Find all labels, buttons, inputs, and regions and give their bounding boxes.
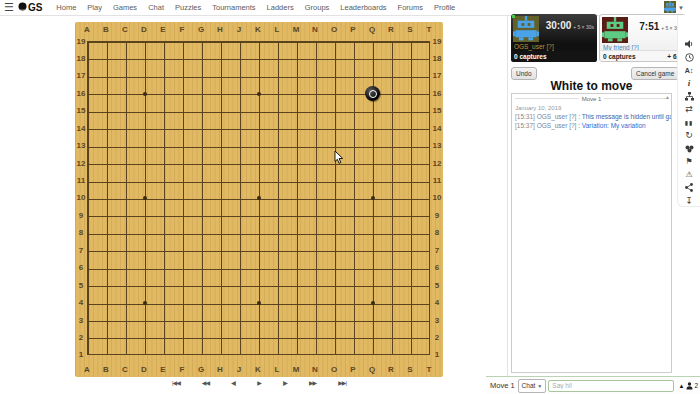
- intersection-J16[interactable]: [230, 85, 249, 102]
- nav-item-home[interactable]: Home: [56, 3, 76, 12]
- intersection-Q17[interactable]: [363, 67, 382, 84]
- intersection-C5[interactable]: [116, 276, 135, 293]
- intersection-D3[interactable]: [135, 311, 154, 328]
- intersection-Q15[interactable]: [363, 102, 382, 119]
- intersection-M7[interactable]: [287, 242, 306, 259]
- intersection-T17[interactable]: [420, 67, 439, 84]
- intersection-G6[interactable]: [192, 259, 211, 276]
- intersection-K19[interactable]: [249, 32, 268, 49]
- intersection-N7[interactable]: [306, 242, 325, 259]
- intersection-L19[interactable]: [268, 32, 287, 49]
- intersection-G7[interactable]: [192, 242, 211, 259]
- intersection-G10[interactable]: [192, 189, 211, 206]
- chat-author[interactable]: OGS_user [?]: [537, 122, 577, 129]
- intersection-D18[interactable]: [135, 50, 154, 67]
- intersection-H15[interactable]: [211, 102, 230, 119]
- intersection-D13[interactable]: [135, 137, 154, 154]
- intersection-O10[interactable]: [325, 189, 344, 206]
- intersection-A16[interactable]: [78, 85, 97, 102]
- intersection-O2[interactable]: [325, 329, 344, 346]
- intersection-P1[interactable]: [344, 346, 363, 363]
- nav-item-forums[interactable]: Forums: [398, 3, 423, 12]
- intersection-F1[interactable]: [173, 346, 192, 363]
- intersection-E9[interactable]: [154, 207, 173, 224]
- intersection-P8[interactable]: [344, 224, 363, 241]
- intersection-M4[interactable]: [287, 294, 306, 311]
- intersection-F3[interactable]: [173, 311, 192, 328]
- intersection-T3[interactable]: [420, 311, 439, 328]
- intersection-J1[interactable]: [230, 346, 249, 363]
- intersection-R9[interactable]: [382, 207, 401, 224]
- intersection-C6[interactable]: [116, 259, 135, 276]
- intersection-C14[interactable]: [116, 119, 135, 136]
- intersection-M9[interactable]: [287, 207, 306, 224]
- intersection-H10[interactable]: [211, 189, 230, 206]
- intersection-R1[interactable]: [382, 346, 401, 363]
- intersection-P3[interactable]: [344, 311, 363, 328]
- intersection-H1[interactable]: [211, 346, 230, 363]
- intersection-F6[interactable]: [173, 259, 192, 276]
- intersection-H7[interactable]: [211, 242, 230, 259]
- intersection-S3[interactable]: [401, 311, 420, 328]
- fork-icon[interactable]: [683, 91, 695, 101]
- intersection-T12[interactable]: [420, 154, 439, 171]
- intersection-H8[interactable]: [211, 224, 230, 241]
- intersection-J12[interactable]: [230, 154, 249, 171]
- intersection-J19[interactable]: [230, 32, 249, 49]
- intersection-Q9[interactable]: [363, 207, 382, 224]
- intersection-B17[interactable]: [97, 67, 116, 84]
- intersection-G5[interactable]: [192, 276, 211, 293]
- intersection-N14[interactable]: [306, 119, 325, 136]
- intersection-E13[interactable]: [154, 137, 173, 154]
- intersection-F17[interactable]: [173, 67, 192, 84]
- intersection-M16[interactable]: [287, 85, 306, 102]
- intersection-M10[interactable]: [287, 189, 306, 206]
- intersection-K8[interactable]: [249, 224, 268, 241]
- intersection-J6[interactable]: [230, 259, 249, 276]
- step-backward-button[interactable]: ◀|: [231, 379, 235, 386]
- intersection-B5[interactable]: [97, 276, 116, 293]
- observer-count[interactable]: 2: [686, 382, 698, 390]
- intersection-R10[interactable]: [382, 189, 401, 206]
- nav-item-leaderboards[interactable]: Leaderboards: [340, 3, 386, 12]
- intersection-K3[interactable]: [249, 311, 268, 328]
- intersection-L7[interactable]: [268, 242, 287, 259]
- intersection-E5[interactable]: [154, 276, 173, 293]
- intersection-G2[interactable]: [192, 329, 211, 346]
- intersection-M13[interactable]: [287, 137, 306, 154]
- intersection-A12[interactable]: [78, 154, 97, 171]
- intersection-B7[interactable]: [97, 242, 116, 259]
- volume-icon[interactable]: [683, 39, 695, 49]
- intersection-N19[interactable]: [306, 32, 325, 49]
- intersection-A4[interactable]: [78, 294, 97, 311]
- intersection-K11[interactable]: [249, 172, 268, 189]
- intersection-E11[interactable]: [154, 172, 173, 189]
- chat-input[interactable]: [548, 380, 674, 392]
- intersection-L12[interactable]: [268, 154, 287, 171]
- intersection-J17[interactable]: [230, 67, 249, 84]
- intersection-Q13[interactable]: [363, 137, 382, 154]
- intersection-S5[interactable]: [401, 276, 420, 293]
- intersection-K7[interactable]: [249, 242, 268, 259]
- intersection-J5[interactable]: [230, 276, 249, 293]
- intersection-G17[interactable]: [192, 67, 211, 84]
- intersection-R14[interactable]: [382, 119, 401, 136]
- intersection-B4[interactable]: [97, 294, 116, 311]
- intersection-J8[interactable]: [230, 224, 249, 241]
- intersection-H19[interactable]: [211, 32, 230, 49]
- intersection-N1[interactable]: [306, 346, 325, 363]
- intersection-P11[interactable]: [344, 172, 363, 189]
- intersection-D6[interactable]: [135, 259, 154, 276]
- intersection-D16[interactable]: [135, 85, 154, 102]
- intersection-R7[interactable]: [382, 242, 401, 259]
- intersection-C9[interactable]: [116, 207, 135, 224]
- intersection-Q4[interactable]: [363, 294, 382, 311]
- intersection-K2[interactable]: [249, 329, 268, 346]
- nav-item-games[interactable]: Games: [113, 3, 137, 12]
- intersection-F11[interactable]: [173, 172, 192, 189]
- intersection-N6[interactable]: [306, 259, 325, 276]
- clock-icon[interactable]: [683, 52, 695, 62]
- intersection-M5[interactable]: [287, 276, 306, 293]
- intersection-J2[interactable]: [230, 329, 249, 346]
- intersection-B9[interactable]: [97, 207, 116, 224]
- intersection-C18[interactable]: [116, 50, 135, 67]
- intersection-J9[interactable]: [230, 207, 249, 224]
- intersection-H16[interactable]: [211, 85, 230, 102]
- intersection-O1[interactable]: [325, 346, 344, 363]
- intersection-N13[interactable]: [306, 137, 325, 154]
- intersection-K9[interactable]: [249, 207, 268, 224]
- intersection-L13[interactable]: [268, 137, 287, 154]
- intersection-A15[interactable]: [78, 102, 97, 119]
- nav-item-groups[interactable]: Groups: [305, 3, 330, 12]
- intersection-P17[interactable]: [344, 67, 363, 84]
- intersection-H18[interactable]: [211, 50, 230, 67]
- intersection-C1[interactable]: [116, 346, 135, 363]
- intersection-P10[interactable]: [344, 189, 363, 206]
- menu-icon[interactable]: ☰: [4, 2, 14, 13]
- intersection-T18[interactable]: [420, 50, 439, 67]
- intersection-M18[interactable]: [287, 50, 306, 67]
- intersection-F15[interactable]: [173, 102, 192, 119]
- intersection-Q19[interactable]: [363, 32, 382, 49]
- intersection-P19[interactable]: [344, 32, 363, 49]
- intersection-L4[interactable]: [268, 294, 287, 311]
- intersection-P12[interactable]: [344, 154, 363, 171]
- intersection-D19[interactable]: [135, 32, 154, 49]
- intersection-L11[interactable]: [268, 172, 287, 189]
- intersection-A7[interactable]: [78, 242, 97, 259]
- intersection-N5[interactable]: [306, 276, 325, 293]
- panel-divider[interactable]: [507, 15, 508, 394]
- intersection-H13[interactable]: [211, 137, 230, 154]
- intersection-E6[interactable]: [154, 259, 173, 276]
- intersection-J10[interactable]: [230, 189, 249, 206]
- intersection-E4[interactable]: [154, 294, 173, 311]
- intersection-F13[interactable]: [173, 137, 192, 154]
- intersection-E14[interactable]: [154, 119, 173, 136]
- intersection-H4[interactable]: [211, 294, 230, 311]
- intersection-P7[interactable]: [344, 242, 363, 259]
- nav-item-tournaments[interactable]: Tournaments: [212, 3, 255, 12]
- intersection-Q1[interactable]: [363, 346, 382, 363]
- intersection-M12[interactable]: [287, 154, 306, 171]
- intersection-T14[interactable]: [420, 119, 439, 136]
- intersection-L8[interactable]: [268, 224, 287, 241]
- intersection-J15[interactable]: [230, 102, 249, 119]
- info-icon[interactable]: i: [683, 78, 695, 88]
- intersection-C11[interactable]: [116, 172, 135, 189]
- intersection-G19[interactable]: [192, 32, 211, 49]
- intersection-L14[interactable]: [268, 119, 287, 136]
- intersection-T16[interactable]: [420, 85, 439, 102]
- score-estimate-icon[interactable]: [683, 144, 695, 154]
- intersection-C15[interactable]: [116, 102, 135, 119]
- intersection-T2[interactable]: [420, 329, 439, 346]
- fast-backward-button[interactable]: ◀◀: [202, 379, 209, 386]
- intersection-R16[interactable]: [382, 85, 401, 102]
- intersection-O14[interactable]: [325, 119, 344, 136]
- intersection-O15[interactable]: [325, 102, 344, 119]
- play-button[interactable]: ▶: [257, 379, 261, 386]
- intersection-T15[interactable]: [420, 102, 439, 119]
- intersection-D2[interactable]: [135, 329, 154, 346]
- intersection-F4[interactable]: [173, 294, 192, 311]
- intersection-B16[interactable]: [97, 85, 116, 102]
- white-player-avatar[interactable]: [602, 17, 628, 43]
- intersection-L17[interactable]: [268, 67, 287, 84]
- intersection-E7[interactable]: [154, 242, 173, 259]
- intersection-O8[interactable]: [325, 224, 344, 241]
- intersection-P5[interactable]: [344, 276, 363, 293]
- intersection-B13[interactable]: [97, 137, 116, 154]
- intersection-L9[interactable]: [268, 207, 287, 224]
- intersection-G12[interactable]: [192, 154, 211, 171]
- intersection-O4[interactable]: [325, 294, 344, 311]
- intersection-D10[interactable]: [135, 189, 154, 206]
- intersection-K4[interactable]: [249, 294, 268, 311]
- black-player-avatar[interactable]: [513, 16, 539, 42]
- intersection-S8[interactable]: [401, 224, 420, 241]
- intersection-O13[interactable]: [325, 137, 344, 154]
- intersection-A6[interactable]: [78, 259, 97, 276]
- intersection-E16[interactable]: [154, 85, 173, 102]
- intersection-Q16[interactable]: [363, 85, 382, 102]
- intersection-C3[interactable]: [116, 311, 135, 328]
- intersection-H14[interactable]: [211, 119, 230, 136]
- intersection-C8[interactable]: [116, 224, 135, 241]
- intersection-D9[interactable]: [135, 207, 154, 224]
- intersection-O12[interactable]: [325, 154, 344, 171]
- intersection-R3[interactable]: [382, 311, 401, 328]
- intersection-F19[interactable]: [173, 32, 192, 49]
- intersection-E19[interactable]: [154, 32, 173, 49]
- intersection-N18[interactable]: [306, 50, 325, 67]
- intersection-F10[interactable]: [173, 189, 192, 206]
- intersection-E10[interactable]: [154, 189, 173, 206]
- intersection-O17[interactable]: [325, 67, 344, 84]
- intersection-B14[interactable]: [97, 119, 116, 136]
- chevron-down-icon[interactable]: ▼: [678, 5, 684, 11]
- intersection-D15[interactable]: [135, 102, 154, 119]
- intersection-S16[interactable]: [401, 85, 420, 102]
- intersection-F8[interactable]: [173, 224, 192, 241]
- intersection-G15[interactable]: [192, 102, 211, 119]
- intersection-T10[interactable]: [420, 189, 439, 206]
- intersection-J14[interactable]: [230, 119, 249, 136]
- intersection-Q6[interactable]: [363, 259, 382, 276]
- intersection-P15[interactable]: [344, 102, 363, 119]
- intersection-E2[interactable]: [154, 329, 173, 346]
- intersection-L16[interactable]: [268, 85, 287, 102]
- intersection-K12[interactable]: [249, 154, 268, 171]
- intersection-D4[interactable]: [135, 294, 154, 311]
- intersection-M14[interactable]: [287, 119, 306, 136]
- intersection-A14[interactable]: [78, 119, 97, 136]
- warning-icon[interactable]: ⚠: [683, 170, 695, 180]
- intersection-B18[interactable]: [97, 50, 116, 67]
- intersection-G11[interactable]: [192, 172, 211, 189]
- intersection-P2[interactable]: [344, 329, 363, 346]
- intersection-E18[interactable]: [154, 50, 173, 67]
- intersection-O9[interactable]: [325, 207, 344, 224]
- intersection-K6[interactable]: [249, 259, 268, 276]
- intersection-A10[interactable]: [78, 189, 97, 206]
- intersection-G4[interactable]: [192, 294, 211, 311]
- intersection-M19[interactable]: [287, 32, 306, 49]
- intersection-C4[interactable]: [116, 294, 135, 311]
- intersection-Q3[interactable]: [363, 311, 382, 328]
- intersection-K10[interactable]: [249, 189, 268, 206]
- intersection-S18[interactable]: [401, 50, 420, 67]
- intersection-O5[interactable]: [325, 276, 344, 293]
- intersection-L18[interactable]: [268, 50, 287, 67]
- intersection-R4[interactable]: [382, 294, 401, 311]
- chat-channel-select[interactable]: Chat ▼: [518, 379, 547, 393]
- intersection-D14[interactable]: [135, 119, 154, 136]
- intersection-A9[interactable]: [78, 207, 97, 224]
- intersection-K14[interactable]: [249, 119, 268, 136]
- intersection-T5[interactable]: [420, 276, 439, 293]
- intersection-T11[interactable]: [420, 172, 439, 189]
- intersection-P4[interactable]: [344, 294, 363, 311]
- intersection-R2[interactable]: [382, 329, 401, 346]
- intersection-E15[interactable]: [154, 102, 173, 119]
- intersection-G13[interactable]: [192, 137, 211, 154]
- intersection-Q14[interactable]: [363, 119, 382, 136]
- intersection-F5[interactable]: [173, 276, 192, 293]
- intersection-C10[interactable]: [116, 189, 135, 206]
- intersection-M2[interactable]: [287, 329, 306, 346]
- intersection-L6[interactable]: [268, 259, 287, 276]
- intersection-Q11[interactable]: [363, 172, 382, 189]
- intersection-A19[interactable]: [78, 32, 97, 49]
- intersection-T9[interactable]: [420, 207, 439, 224]
- intersection-G18[interactable]: [192, 50, 211, 67]
- intersection-R18[interactable]: [382, 50, 401, 67]
- intersection-T6[interactable]: [420, 259, 439, 276]
- intersection-C16[interactable]: [116, 85, 135, 102]
- intersection-O7[interactable]: [325, 242, 344, 259]
- intersection-R8[interactable]: [382, 224, 401, 241]
- intersection-D5[interactable]: [135, 276, 154, 293]
- intersection-S14[interactable]: [401, 119, 420, 136]
- intersection-O18[interactable]: [325, 50, 344, 67]
- intersection-S19[interactable]: [401, 32, 420, 49]
- intersection-T1[interactable]: [420, 346, 439, 363]
- intersection-M17[interactable]: [287, 67, 306, 84]
- intersection-K5[interactable]: [249, 276, 268, 293]
- swap-icon[interactable]: ⇄: [683, 104, 695, 114]
- intersection-Q18[interactable]: [363, 50, 382, 67]
- intersection-C2[interactable]: [116, 329, 135, 346]
- intersection-L5[interactable]: [268, 276, 287, 293]
- intersection-H9[interactable]: [211, 207, 230, 224]
- intersection-N3[interactable]: [306, 311, 325, 328]
- intersection-S17[interactable]: [401, 67, 420, 84]
- intersection-R12[interactable]: [382, 154, 401, 171]
- intersection-B15[interactable]: [97, 102, 116, 119]
- intersection-N2[interactable]: [306, 329, 325, 346]
- intersection-P14[interactable]: [344, 119, 363, 136]
- intersection-E17[interactable]: [154, 67, 173, 84]
- intersection-S1[interactable]: [401, 346, 420, 363]
- caret-up-icon[interactable]: ▲: [678, 383, 684, 389]
- intersection-D7[interactable]: [135, 242, 154, 259]
- intersection-T7[interactable]: [420, 242, 439, 259]
- scroll-up-icon[interactable]: ▲: [665, 94, 670, 100]
- intersection-H3[interactable]: [211, 311, 230, 328]
- intersection-D8[interactable]: [135, 224, 154, 241]
- black-player-name[interactable]: OGS_user [?]: [514, 43, 554, 50]
- intersection-L2[interactable]: [268, 329, 287, 346]
- intersection-R19[interactable]: [382, 32, 401, 49]
- intersection-N12[interactable]: [306, 154, 325, 171]
- intersection-M6[interactable]: [287, 259, 306, 276]
- intersection-S9[interactable]: [401, 207, 420, 224]
- intersection-A17[interactable]: [78, 67, 97, 84]
- intersection-K17[interactable]: [249, 67, 268, 84]
- intersection-G3[interactable]: [192, 311, 211, 328]
- intersection-D12[interactable]: [135, 154, 154, 171]
- intersection-S15[interactable]: [401, 102, 420, 119]
- intersection-B3[interactable]: [97, 311, 116, 328]
- intersection-H11[interactable]: [211, 172, 230, 189]
- intersection-R15[interactable]: [382, 102, 401, 119]
- intersection-E8[interactable]: [154, 224, 173, 241]
- intersection-F9[interactable]: [173, 207, 192, 224]
- jump-to-start-button[interactable]: |◀◀: [172, 379, 180, 386]
- pause-icon[interactable]: ▮▮: [683, 118, 695, 128]
- share-icon[interactable]: [683, 183, 695, 193]
- intersection-K1[interactable]: [249, 346, 268, 363]
- intersection-C12[interactable]: [116, 154, 135, 171]
- intersection-C13[interactable]: [116, 137, 135, 154]
- zoom-icon[interactable]: A↕: [683, 65, 695, 75]
- intersection-G1[interactable]: [192, 346, 211, 363]
- nav-item-chat[interactable]: Chat: [148, 3, 164, 12]
- intersection-S13[interactable]: [401, 137, 420, 154]
- intersection-S12[interactable]: [401, 154, 420, 171]
- intersection-H17[interactable]: [211, 67, 230, 84]
- intersection-Q8[interactable]: [363, 224, 382, 241]
- intersection-M3[interactable]: [287, 311, 306, 328]
- intersection-S11[interactable]: [401, 172, 420, 189]
